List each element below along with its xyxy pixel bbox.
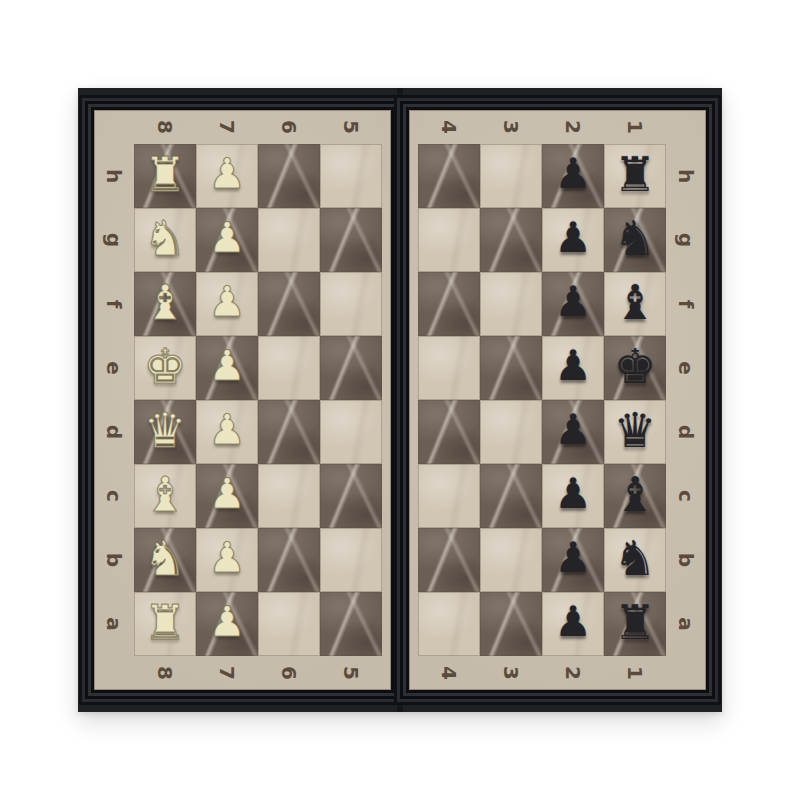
rank-label-top-5: 5 [320, 110, 382, 144]
piece-white-knight-b8[interactable]: ♞ [143, 534, 186, 582]
rank-label-bottom-2-text: 2 [561, 666, 585, 680]
square-a4[interactable] [418, 592, 480, 656]
square-f1[interactable]: ♝ [604, 272, 666, 336]
piece-white-pawn-d7[interactable]: ♟ [208, 409, 246, 451]
square-c6[interactable] [258, 464, 320, 528]
piece-black-rook-h1[interactable]: ♜ [613, 150, 656, 198]
border-margin [666, 110, 706, 144]
piece-white-bishop-c8[interactable]: ♝ [143, 470, 186, 518]
border-margin [409, 464, 418, 528]
square-d5[interactable] [320, 400, 382, 464]
rank-label-bottom-5-text: 5 [339, 666, 363, 680]
square-e8[interactable]: ♚ [134, 336, 196, 400]
border-margin [409, 528, 418, 592]
border-margin [382, 110, 391, 144]
file-label-right-f: f [666, 272, 706, 336]
file-label-left-e: e [94, 336, 134, 400]
square-c5[interactable] [320, 464, 382, 528]
file-label-right-g-text: g [674, 233, 698, 247]
square-e5[interactable] [320, 336, 382, 400]
file-label-left-h: h [94, 144, 134, 208]
piece-black-queen-d1[interactable]: ♛ [613, 406, 656, 454]
folding-chess-set: 8765h♜♟g♞♟f♝♟e♚♟d♛♟c♝♟b♞♟a♜♟8765 4321♟♜h… [78, 88, 722, 712]
rank-label-bottom-3: 3 [480, 656, 542, 690]
file-label-right-h-text: h [674, 169, 698, 183]
file-label-left-f: f [94, 272, 134, 336]
border-margin [409, 656, 418, 690]
square-g8[interactable]: ♞ [134, 208, 196, 272]
square-h1[interactable]: ♜ [604, 144, 666, 208]
square-b1[interactable]: ♞ [604, 528, 666, 592]
piece-black-pawn-b2[interactable]: ♟ [554, 537, 592, 579]
rank-label-top-3: 3 [480, 110, 542, 144]
square-g1[interactable]: ♞ [604, 208, 666, 272]
file-label-right-b-text: b [674, 553, 698, 567]
border-margin [409, 110, 418, 144]
file-label-left-f-text: f [102, 300, 126, 309]
piece-white-rook-a8[interactable]: ♜ [143, 598, 186, 646]
rank-label-top-7-text: 7 [215, 120, 239, 134]
piece-black-pawn-c2[interactable]: ♟ [554, 473, 592, 515]
square-f3[interactable] [480, 272, 542, 336]
file-label-right-a: a [666, 592, 706, 656]
file-label-right-e-text: e [674, 361, 698, 375]
piece-black-pawn-g2[interactable]: ♟ [554, 217, 592, 259]
rank-label-bottom-7: 7 [196, 656, 258, 690]
square-d4[interactable] [418, 400, 480, 464]
square-d7[interactable]: ♟ [196, 400, 258, 464]
piece-white-pawn-e7[interactable]: ♟ [208, 345, 246, 387]
rank-label-top-1: 1 [604, 110, 666, 144]
file-label-left-c-text: c [102, 490, 126, 502]
rank-label-bottom-8: 8 [134, 656, 196, 690]
file-label-left-b-text: b [102, 553, 126, 567]
square-b4[interactable] [418, 528, 480, 592]
square-b2[interactable]: ♟ [542, 528, 604, 592]
square-f7[interactable]: ♟ [196, 272, 258, 336]
square-e2[interactable]: ♟ [542, 336, 604, 400]
file-label-left-g-text: g [102, 233, 126, 247]
rank-label-top-8-text: 8 [153, 120, 177, 134]
piece-black-pawn-e2[interactable]: ♟ [554, 345, 592, 387]
piece-white-pawn-c7[interactable]: ♟ [208, 473, 246, 515]
square-c7[interactable]: ♟ [196, 464, 258, 528]
border-margin [409, 208, 418, 272]
square-a1[interactable]: ♜ [604, 592, 666, 656]
rank-label-top-2: 2 [542, 110, 604, 144]
square-f8[interactable]: ♝ [134, 272, 196, 336]
square-c2[interactable]: ♟ [542, 464, 604, 528]
square-f4[interactable] [418, 272, 480, 336]
square-h2[interactable]: ♟ [542, 144, 604, 208]
file-label-left-a: a [94, 592, 134, 656]
rank-label-top-6-text: 6 [277, 120, 301, 134]
border-margin [382, 656, 391, 690]
square-a6[interactable] [258, 592, 320, 656]
file-label-left-d-text: d [102, 425, 126, 439]
rank-label-bottom-5: 5 [320, 656, 382, 690]
border-margin [409, 592, 418, 656]
rank-label-bottom-2: 2 [542, 656, 604, 690]
piece-white-pawn-g7[interactable]: ♟ [208, 217, 246, 259]
rank-label-top-1-text: 1 [623, 120, 647, 134]
rank-label-bottom-7-text: 7 [215, 666, 239, 680]
square-a8[interactable]: ♜ [134, 592, 196, 656]
square-b6[interactable] [258, 528, 320, 592]
square-b5[interactable] [320, 528, 382, 592]
rank-label-bottom-8-text: 8 [153, 666, 177, 680]
square-b8[interactable]: ♞ [134, 528, 196, 592]
square-d8[interactable]: ♛ [134, 400, 196, 464]
square-d1[interactable]: ♛ [604, 400, 666, 464]
border-margin [382, 464, 391, 528]
square-g7[interactable]: ♟ [196, 208, 258, 272]
rank-label-top-2-text: 2 [561, 120, 585, 134]
file-label-right-e: e [666, 336, 706, 400]
square-h8[interactable]: ♜ [134, 144, 196, 208]
piece-white-pawn-b7[interactable]: ♟ [208, 537, 246, 579]
square-d6[interactable] [258, 400, 320, 464]
piece-black-knight-b1[interactable]: ♞ [613, 534, 656, 582]
rank-label-top-7: 7 [196, 110, 258, 144]
file-label-left-h-text: h [102, 169, 126, 183]
piece-black-king-e1[interactable]: ♚ [613, 342, 656, 390]
rank-label-bottom-6: 6 [258, 656, 320, 690]
square-g4[interactable] [418, 208, 480, 272]
file-label-left-g: g [94, 208, 134, 272]
border-margin [382, 144, 391, 208]
file-label-left-c: c [94, 464, 134, 528]
piece-black-bishop-f1[interactable]: ♝ [613, 278, 656, 326]
square-g6[interactable] [258, 208, 320, 272]
board-left-half: 8765h♜♟g♞♟f♝♟e♚♟d♛♟c♝♟b♞♟a♜♟8765 [78, 88, 397, 712]
piece-white-king-e8[interactable]: ♚ [143, 342, 186, 390]
file-label-right-b: b [666, 528, 706, 592]
square-e3[interactable] [480, 336, 542, 400]
rank-label-bottom-1: 1 [604, 656, 666, 690]
piece-white-pawn-a7[interactable]: ♟ [208, 601, 246, 643]
file-label-right-d: d [666, 400, 706, 464]
file-label-right-c-text: c [674, 490, 698, 502]
board-right-face: 4321♟♜h♟♞g♟♝f♟♚e♟♛d♟♝c♟♞b♟♜a4321 [409, 110, 706, 690]
square-a5[interactable] [320, 592, 382, 656]
file-label-left-a-text: a [102, 617, 126, 631]
square-a2[interactable]: ♟ [542, 592, 604, 656]
rank-label-bottom-4-text: 4 [437, 666, 461, 680]
square-c4[interactable] [418, 464, 480, 528]
square-h7[interactable]: ♟ [196, 144, 258, 208]
rank-label-top-6: 6 [258, 110, 320, 144]
border-margin [666, 656, 706, 690]
rank-label-top-8: 8 [134, 110, 196, 144]
board-right-half: 4321♟♜h♟♞g♟♝f♟♚e♟♛d♟♝c♟♞b♟♜a4321 [403, 88, 722, 712]
piece-black-pawn-d2[interactable]: ♟ [554, 409, 592, 451]
border-margin [94, 656, 134, 690]
border-margin [382, 336, 391, 400]
piece-black-pawn-f2[interactable]: ♟ [554, 281, 592, 323]
piece-white-queen-d8[interactable]: ♛ [143, 406, 186, 454]
piece-black-pawn-h2[interactable]: ♟ [554, 153, 592, 195]
file-label-right-d-text: d [674, 425, 698, 439]
square-a7[interactable]: ♟ [196, 592, 258, 656]
piece-white-pawn-f7[interactable]: ♟ [208, 281, 246, 323]
piece-white-bishop-f8[interactable]: ♝ [143, 278, 186, 326]
square-h3[interactable] [480, 144, 542, 208]
file-label-right-f-text: f [674, 300, 698, 309]
square-g3[interactable] [480, 208, 542, 272]
square-c8[interactable]: ♝ [134, 464, 196, 528]
square-f5[interactable] [320, 272, 382, 336]
border-margin [382, 528, 391, 592]
rank-label-bottom-4: 4 [418, 656, 480, 690]
file-label-left-d: d [94, 400, 134, 464]
border-margin [409, 272, 418, 336]
border-margin [409, 400, 418, 464]
piece-white-knight-g8[interactable]: ♞ [143, 214, 186, 262]
border-margin [409, 144, 418, 208]
rank-label-bottom-1-text: 1 [623, 666, 647, 680]
rank-label-top-5-text: 5 [339, 120, 363, 134]
border-margin [382, 400, 391, 464]
file-label-right-h: h [666, 144, 706, 208]
piece-black-rook-a1[interactable]: ♜ [613, 598, 656, 646]
board-left-face: 8765h♜♟g♞♟f♝♟e♚♟d♛♟c♝♟b♞♟a♜♟8765 [94, 110, 391, 690]
square-g5[interactable] [320, 208, 382, 272]
file-label-right-a-text: a [674, 617, 698, 631]
border-margin [382, 592, 391, 656]
file-label-right-g: g [666, 208, 706, 272]
border-margin [409, 336, 418, 400]
square-a3[interactable] [480, 592, 542, 656]
square-e4[interactable] [418, 336, 480, 400]
border-margin [94, 110, 134, 144]
piece-white-rook-h8[interactable]: ♜ [143, 150, 186, 198]
square-h6[interactable] [258, 144, 320, 208]
rank-label-top-4: 4 [418, 110, 480, 144]
rank-label-bottom-6-text: 6 [277, 666, 301, 680]
square-c3[interactable] [480, 464, 542, 528]
file-label-left-e-text: e [102, 361, 126, 375]
square-d3[interactable] [480, 400, 542, 464]
border-margin [382, 272, 391, 336]
square-h5[interactable] [320, 144, 382, 208]
square-e7[interactable]: ♟ [196, 336, 258, 400]
piece-black-pawn-a2[interactable]: ♟ [554, 601, 592, 643]
square-f6[interactable] [258, 272, 320, 336]
square-h4[interactable] [418, 144, 480, 208]
rank-label-top-3-text: 3 [499, 120, 523, 134]
rank-label-top-4-text: 4 [437, 120, 461, 134]
border-margin [382, 208, 391, 272]
rank-label-bottom-3-text: 3 [499, 666, 523, 680]
square-d2[interactable]: ♟ [542, 400, 604, 464]
square-c1[interactable]: ♝ [604, 464, 666, 528]
piece-black-bishop-c1[interactable]: ♝ [613, 470, 656, 518]
square-e1[interactable]: ♚ [604, 336, 666, 400]
file-label-right-c: c [666, 464, 706, 528]
square-b3[interactable] [480, 528, 542, 592]
piece-white-pawn-h7[interactable]: ♟ [208, 153, 246, 195]
square-e6[interactable] [258, 336, 320, 400]
square-g2[interactable]: ♟ [542, 208, 604, 272]
square-b7[interactable]: ♟ [196, 528, 258, 592]
piece-black-knight-g1[interactable]: ♞ [613, 214, 656, 262]
file-label-left-b: b [94, 528, 134, 592]
square-f2[interactable]: ♟ [542, 272, 604, 336]
